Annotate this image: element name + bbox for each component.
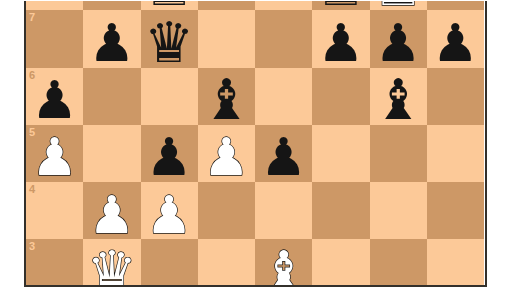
square-g7[interactable]: ♟ (370, 10, 427, 67)
square-b5[interactable] (83, 125, 140, 182)
square-g3[interactable] (370, 239, 427, 287)
square-c4[interactable]: ♟ (141, 182, 198, 239)
square-f4[interactable] (312, 182, 369, 239)
square-f8[interactable]: ♜ (312, 1, 369, 10)
page-background: ♜♜♜7♟♛♟♟♟6♟♝♝5♟♟♟♟4♟♟3♛♝ (0, 0, 514, 288)
rank-label-3: 3 (29, 240, 35, 252)
square-g4[interactable] (370, 182, 427, 239)
black-pawn[interactable]: ♟ (370, 14, 427, 71)
square-a3[interactable]: 3 (26, 239, 83, 287)
square-d6[interactable]: ♝ (198, 68, 255, 125)
square-f5[interactable] (312, 125, 369, 182)
square-a8[interactable] (26, 1, 83, 10)
square-h6[interactable] (427, 68, 484, 125)
white-bishop[interactable]: ♝ (255, 243, 312, 287)
square-e6[interactable] (255, 68, 312, 125)
black-pawn[interactable]: ♟ (83, 14, 140, 71)
black-bishop[interactable]: ♝ (370, 72, 427, 129)
square-d5[interactable]: ♟ (198, 125, 255, 182)
square-c8[interactable]: ♜ (141, 1, 198, 10)
square-h4[interactable] (427, 182, 484, 239)
black-pawn[interactable]: ♟ (312, 14, 369, 71)
square-b6[interactable] (83, 68, 140, 125)
square-e5[interactable]: ♟ (255, 125, 312, 182)
black-pawn[interactable]: ♟ (255, 129, 312, 186)
square-a7[interactable]: 7 (26, 10, 83, 67)
square-b4[interactable]: ♟ (83, 182, 140, 239)
square-b8[interactable] (83, 1, 140, 10)
square-d8[interactable] (198, 1, 255, 10)
square-a4[interactable]: 4 (26, 182, 83, 239)
white-pawn[interactable]: ♟ (141, 186, 198, 243)
square-e7[interactable] (255, 10, 312, 67)
chess-board: ♜♜♜7♟♛♟♟♟6♟♝♝5♟♟♟♟4♟♟3♛♝ (24, 1, 487, 287)
square-c6[interactable] (141, 68, 198, 125)
square-h8[interactable] (427, 1, 484, 10)
square-e8[interactable] (255, 1, 312, 10)
square-f7[interactable]: ♟ (312, 10, 369, 67)
square-h3[interactable] (427, 239, 484, 287)
square-d4[interactable] (198, 182, 255, 239)
square-f3[interactable] (312, 239, 369, 287)
square-e4[interactable] (255, 182, 312, 239)
square-g8[interactable]: ♜ (370, 1, 427, 10)
square-a6[interactable]: 6♟ (26, 68, 83, 125)
white-pawn[interactable]: ♟ (83, 186, 140, 243)
square-c7[interactable]: ♛ (141, 10, 198, 67)
black-pawn[interactable]: ♟ (26, 72, 83, 129)
square-b7[interactable]: ♟ (83, 10, 140, 67)
white-queen[interactable]: ♛ (83, 243, 140, 287)
square-c3[interactable] (141, 239, 198, 287)
white-pawn[interactable]: ♟ (26, 129, 83, 186)
square-h5[interactable] (427, 125, 484, 182)
square-g6[interactable]: ♝ (370, 68, 427, 125)
rank-label-4: 4 (29, 183, 35, 195)
black-bishop[interactable]: ♝ (198, 72, 255, 129)
square-d7[interactable] (198, 10, 255, 67)
black-pawn[interactable]: ♟ (141, 129, 198, 186)
rank-label-7: 7 (29, 11, 35, 23)
square-d3[interactable] (198, 239, 255, 287)
square-e3[interactable]: ♝ (255, 239, 312, 287)
square-b3[interactable]: ♛ (83, 239, 140, 287)
board-grid: ♜♜♜7♟♛♟♟♟6♟♝♝5♟♟♟♟4♟♟3♛♝ (26, 1, 484, 287)
square-f6[interactable] (312, 68, 369, 125)
square-a5[interactable]: 5♟ (26, 125, 83, 182)
black-queen[interactable]: ♛ (141, 14, 198, 71)
black-pawn[interactable]: ♟ (427, 14, 484, 71)
square-g5[interactable] (370, 125, 427, 182)
white-pawn[interactable]: ♟ (198, 129, 255, 186)
square-c5[interactable]: ♟ (141, 125, 198, 182)
square-h7[interactable]: ♟ (427, 10, 484, 67)
